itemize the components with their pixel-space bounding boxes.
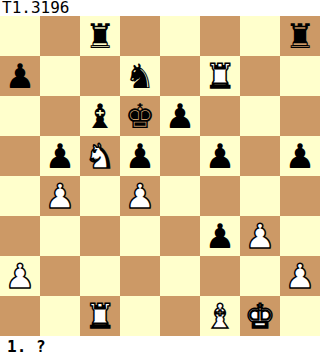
square-b3[interactable]	[40, 216, 80, 256]
move-prompt: 1. ?	[0, 336, 320, 360]
piece-black-pawn: ♟	[125, 136, 155, 176]
chess-board: ♜♜♟♞♜♝♚♟♟♞♟♟♟♟♟♟♟♟♟♜♝♚	[0, 16, 320, 336]
piece-black-rook: ♜	[285, 16, 315, 56]
square-a6[interactable]	[0, 96, 40, 136]
square-a1[interactable]	[0, 296, 40, 336]
piece-black-pawn: ♟	[165, 96, 195, 136]
square-b7[interactable]	[40, 56, 80, 96]
square-g3[interactable]: ♟	[240, 216, 280, 256]
square-e2[interactable]	[160, 256, 200, 296]
square-a4[interactable]	[0, 176, 40, 216]
square-h1[interactable]	[280, 296, 320, 336]
square-b4[interactable]: ♟	[40, 176, 80, 216]
square-g5[interactable]	[240, 136, 280, 176]
square-c7[interactable]	[80, 56, 120, 96]
square-d8[interactable]	[120, 16, 160, 56]
square-e4[interactable]	[160, 176, 200, 216]
square-c6[interactable]: ♝	[80, 96, 120, 136]
square-g4[interactable]	[240, 176, 280, 216]
piece-white-rook: ♜	[205, 56, 235, 96]
piece-white-pawn: ♟	[45, 176, 75, 216]
piece-black-bishop: ♝	[85, 96, 115, 136]
square-b6[interactable]	[40, 96, 80, 136]
square-f8[interactable]	[200, 16, 240, 56]
piece-black-pawn: ♟	[205, 216, 235, 256]
piece-white-knight: ♞	[85, 136, 115, 176]
square-e1[interactable]	[160, 296, 200, 336]
square-h8[interactable]: ♜	[280, 16, 320, 56]
piece-white-pawn: ♟	[285, 256, 315, 296]
square-d5[interactable]: ♟	[120, 136, 160, 176]
square-a8[interactable]	[0, 16, 40, 56]
square-g8[interactable]	[240, 16, 280, 56]
square-f1[interactable]: ♝	[200, 296, 240, 336]
piece-white-pawn: ♟	[5, 256, 35, 296]
square-c1[interactable]: ♜	[80, 296, 120, 336]
square-e5[interactable]	[160, 136, 200, 176]
square-e3[interactable]	[160, 216, 200, 256]
square-c5[interactable]: ♞	[80, 136, 120, 176]
piece-black-pawn: ♟	[285, 136, 315, 176]
square-f5[interactable]: ♟	[200, 136, 240, 176]
square-g2[interactable]	[240, 256, 280, 296]
piece-white-rook: ♜	[85, 296, 115, 336]
piece-black-pawn: ♟	[205, 136, 235, 176]
square-f2[interactable]	[200, 256, 240, 296]
square-h6[interactable]	[280, 96, 320, 136]
square-f3[interactable]: ♟	[200, 216, 240, 256]
piece-white-bishop: ♝	[205, 296, 235, 336]
square-d4[interactable]: ♟	[120, 176, 160, 216]
square-c2[interactable]	[80, 256, 120, 296]
square-h7[interactable]	[280, 56, 320, 96]
square-b1[interactable]	[40, 296, 80, 336]
square-g7[interactable]	[240, 56, 280, 96]
square-b2[interactable]	[40, 256, 80, 296]
square-d7[interactable]: ♞	[120, 56, 160, 96]
square-b5[interactable]: ♟	[40, 136, 80, 176]
square-e8[interactable]	[160, 16, 200, 56]
puzzle-title: T1.3196	[0, 0, 320, 16]
piece-black-king: ♚	[125, 96, 155, 136]
square-a5[interactable]	[0, 136, 40, 176]
square-h5[interactable]: ♟	[280, 136, 320, 176]
square-b8[interactable]	[40, 16, 80, 56]
piece-black-pawn: ♟	[45, 136, 75, 176]
square-d1[interactable]	[120, 296, 160, 336]
square-f6[interactable]	[200, 96, 240, 136]
square-f7[interactable]: ♜	[200, 56, 240, 96]
square-h4[interactable]	[280, 176, 320, 216]
square-c8[interactable]: ♜	[80, 16, 120, 56]
piece-white-pawn: ♟	[125, 176, 155, 216]
square-a7[interactable]: ♟	[0, 56, 40, 96]
square-a3[interactable]	[0, 216, 40, 256]
square-f4[interactable]	[200, 176, 240, 216]
piece-black-pawn: ♟	[5, 56, 35, 96]
square-d3[interactable]	[120, 216, 160, 256]
square-e7[interactable]	[160, 56, 200, 96]
square-d6[interactable]: ♚	[120, 96, 160, 136]
piece-black-knight: ♞	[125, 56, 155, 96]
square-e6[interactable]: ♟	[160, 96, 200, 136]
piece-white-pawn: ♟	[245, 216, 275, 256]
square-g1[interactable]: ♚	[240, 296, 280, 336]
square-h2[interactable]: ♟	[280, 256, 320, 296]
square-a2[interactable]: ♟	[0, 256, 40, 296]
square-d2[interactable]	[120, 256, 160, 296]
piece-black-rook: ♜	[85, 16, 115, 56]
square-h3[interactable]	[280, 216, 320, 256]
square-g6[interactable]	[240, 96, 280, 136]
piece-white-king: ♚	[245, 296, 275, 336]
chess-puzzle-app: T1.3196 ♜♜♟♞♜♝♚♟♟♞♟♟♟♟♟♟♟♟♟♜♝♚ 1. ?	[0, 0, 320, 360]
square-c3[interactable]	[80, 216, 120, 256]
square-c4[interactable]	[80, 176, 120, 216]
